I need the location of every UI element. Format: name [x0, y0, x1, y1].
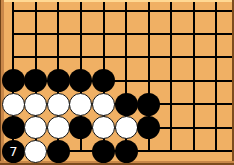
white-stone [92, 93, 115, 116]
black-stone [115, 93, 138, 116]
black-stone [47, 140, 70, 163]
frame-top-edge [0, 0, 234, 2]
black-stone [2, 116, 25, 139]
white-stone [92, 116, 115, 139]
move-number-label: 7 [9, 145, 17, 158]
white-stone [115, 116, 138, 139]
black-stone [92, 140, 115, 163]
board-horizontal-line-1 [12, 10, 234, 12]
black-stone [137, 116, 160, 139]
white-stone [47, 93, 70, 116]
board-vertical-line-10 [215, 0, 217, 152]
black-stone [69, 69, 92, 92]
board-horizontal-line-3 [12, 56, 234, 58]
frame-right-edge [232, 0, 234, 165]
black-stone-move-7: 7 [2, 140, 25, 163]
white-stone [24, 116, 47, 139]
white-stone [47, 116, 70, 139]
go-board: 7 [0, 0, 234, 165]
board-vertical-line-9 [193, 0, 195, 152]
black-stone [69, 116, 92, 139]
black-stone [92, 69, 115, 92]
black-stone [24, 69, 47, 92]
black-stone [115, 140, 138, 163]
board-vertical-line-8 [170, 0, 172, 152]
black-stone [2, 69, 25, 92]
board-horizontal-line-2 [12, 33, 234, 35]
black-stone [137, 93, 160, 116]
black-stone [47, 69, 70, 92]
white-stone [2, 93, 25, 116]
white-stone [24, 93, 47, 116]
white-stone [24, 140, 47, 163]
white-stone [69, 93, 92, 116]
